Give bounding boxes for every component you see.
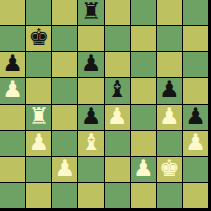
- square-d7[interactable]: [78, 26, 103, 51]
- square-f8[interactable]: [131, 0, 156, 25]
- square-g4[interactable]: ♟: [157, 105, 182, 130]
- square-b4[interactable]: ♜: [26, 105, 51, 130]
- square-h5[interactable]: [183, 78, 208, 103]
- square-b2[interactable]: [26, 157, 51, 182]
- square-b6[interactable]: [26, 52, 51, 77]
- square-a3[interactable]: [0, 131, 25, 156]
- square-d5[interactable]: [78, 78, 103, 103]
- square-g8[interactable]: [157, 0, 182, 25]
- square-f1[interactable]: [131, 183, 156, 208]
- square-c3[interactable]: [52, 131, 77, 156]
- square-b1[interactable]: [26, 183, 51, 208]
- square-c7[interactable]: [52, 26, 77, 51]
- square-g1[interactable]: [157, 183, 182, 208]
- square-c6[interactable]: [52, 52, 77, 77]
- piece-white-pawn-a5[interactable]: ♟: [2, 78, 23, 101]
- piece-black-king-b7[interactable]: ♚: [28, 26, 49, 49]
- square-a2[interactable]: [0, 157, 25, 182]
- square-g6[interactable]: [157, 52, 182, 77]
- piece-white-rook-b4[interactable]: ♜: [28, 105, 49, 128]
- piece-white-pawn-b3[interactable]: ♟: [28, 131, 49, 154]
- square-e5[interactable]: ♝: [105, 78, 130, 103]
- square-e8[interactable]: [105, 0, 130, 25]
- piece-white-pawn-g4[interactable]: ♟: [159, 105, 180, 128]
- square-e7[interactable]: [105, 26, 130, 51]
- piece-black-pawn-a6[interactable]: ♟: [2, 52, 23, 75]
- square-h4[interactable]: ♟: [183, 105, 208, 130]
- square-e4[interactable]: ♟: [105, 105, 130, 130]
- square-h8[interactable]: [183, 0, 208, 25]
- square-h6[interactable]: [183, 52, 208, 77]
- square-f4[interactable]: [131, 105, 156, 130]
- square-h2[interactable]: [183, 157, 208, 182]
- square-c1[interactable]: [52, 183, 77, 208]
- square-g3[interactable]: [157, 131, 182, 156]
- square-a5[interactable]: ♟: [0, 78, 25, 103]
- square-h1[interactable]: [183, 183, 208, 208]
- piece-white-pawn-f2[interactable]: ♟: [133, 157, 154, 180]
- square-a8[interactable]: [0, 0, 25, 25]
- piece-white-bishop-d3[interactable]: ♝: [81, 131, 102, 154]
- chess-board: ♜♚♟♟♟♝♟♜♟♟♟♟♟♝♟♟♟♚: [0, 0, 208, 208]
- piece-white-pawn-c2[interactable]: ♟: [55, 157, 76, 180]
- square-f3[interactable]: [131, 131, 156, 156]
- square-a1[interactable]: [0, 183, 25, 208]
- square-b8[interactable]: [26, 0, 51, 25]
- square-c2[interactable]: ♟: [52, 157, 77, 182]
- piece-black-pawn-g5[interactable]: ♟: [159, 78, 180, 101]
- piece-black-bishop-e5[interactable]: ♝: [107, 78, 128, 101]
- piece-black-pawn-d6[interactable]: ♟: [81, 52, 102, 75]
- square-e2[interactable]: [105, 157, 130, 182]
- square-g7[interactable]: [157, 26, 182, 51]
- square-e3[interactable]: [105, 131, 130, 156]
- piece-white-pawn-e4[interactable]: ♟: [107, 105, 128, 128]
- square-f5[interactable]: [131, 78, 156, 103]
- piece-white-pawn-h3[interactable]: ♟: [185, 131, 206, 154]
- square-a7[interactable]: [0, 26, 25, 51]
- square-g2[interactable]: ♚: [157, 157, 182, 182]
- square-d3[interactable]: ♝: [78, 131, 103, 156]
- square-h3[interactable]: ♟: [183, 131, 208, 156]
- square-g5[interactable]: ♟: [157, 78, 182, 103]
- piece-black-pawn-d4[interactable]: ♟: [81, 105, 102, 128]
- square-c5[interactable]: [52, 78, 77, 103]
- square-b7[interactable]: ♚: [26, 26, 51, 51]
- square-f7[interactable]: [131, 26, 156, 51]
- square-f2[interactable]: ♟: [131, 157, 156, 182]
- chess-board-screenshot: ♜♚♟♟♟♝♟♜♟♟♟♟♟♝♟♟♟♚: [0, 0, 211, 211]
- piece-white-king-g2[interactable]: ♚: [159, 157, 180, 180]
- square-b3[interactable]: ♟: [26, 131, 51, 156]
- square-b5[interactable]: [26, 78, 51, 103]
- square-d4[interactable]: ♟: [78, 105, 103, 130]
- square-e1[interactable]: [105, 183, 130, 208]
- square-f6[interactable]: [131, 52, 156, 77]
- piece-black-pawn-h4[interactable]: ♟: [185, 105, 206, 128]
- square-a6[interactable]: ♟: [0, 52, 25, 77]
- square-c8[interactable]: [52, 0, 77, 25]
- square-c4[interactable]: [52, 105, 77, 130]
- square-a4[interactable]: [0, 105, 25, 130]
- square-h7[interactable]: [183, 26, 208, 51]
- piece-black-rook-d8[interactable]: ♜: [81, 0, 102, 23]
- square-d8[interactable]: ♜: [78, 0, 103, 25]
- square-d2[interactable]: [78, 157, 103, 182]
- square-d6[interactable]: ♟: [78, 52, 103, 77]
- square-e6[interactable]: [105, 52, 130, 77]
- square-d1[interactable]: [78, 183, 103, 208]
